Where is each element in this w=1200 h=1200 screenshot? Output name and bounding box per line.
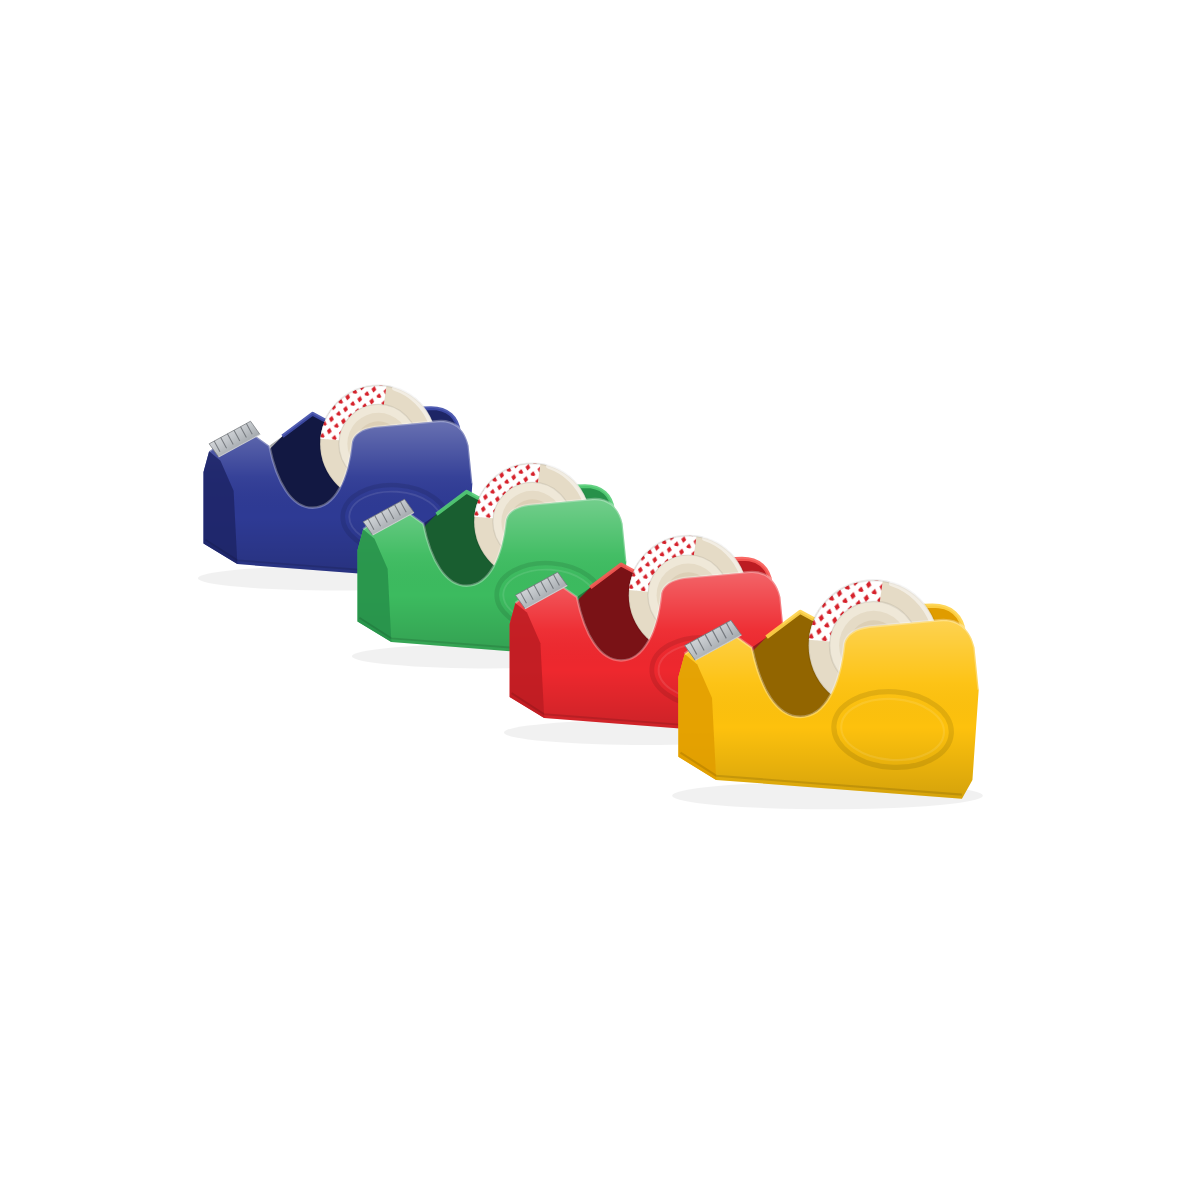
product-photo-canvas <box>0 0 1200 1200</box>
tape-dispensers-illustration <box>0 0 1200 1200</box>
